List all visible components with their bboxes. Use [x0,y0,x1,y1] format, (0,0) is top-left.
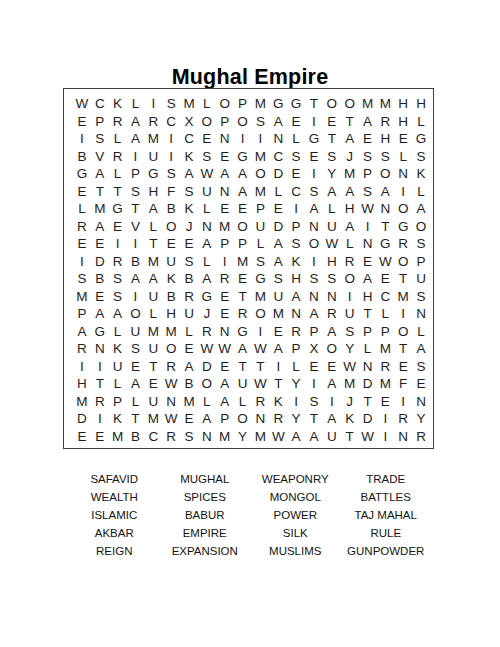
grid-cell: A [341,218,359,236]
grid-cell: R [109,253,127,271]
grid-cell: A [269,253,287,271]
grid-cell: E [127,358,145,376]
grid-cell: M [144,323,162,341]
grid-cell: U [144,148,162,166]
grid-cell: R [109,148,127,166]
grid-cell: P [359,165,377,183]
grid-cell: E [394,130,412,148]
grid-cell: S [287,148,305,166]
grid-cell: K [162,270,180,288]
grid-cell: A [323,410,341,428]
grid-cell: T [394,340,412,358]
grid-cell: Y [323,165,341,183]
word-list-item: BABUR [161,506,250,524]
grid-cell: G [269,95,287,113]
grid-cell: S [305,393,323,411]
grid-cell: E [269,323,287,341]
grid-cell: A [198,410,216,428]
grid-cell: L [341,235,359,253]
grid-cell: L [269,183,287,201]
grid-cell: R [376,113,394,131]
grid-cell: I [234,130,252,148]
grid-cell: S [305,183,323,201]
grid-cell: G [144,165,162,183]
grid-cell: F [162,183,180,201]
grid-cell: W [252,340,270,358]
grid-cell: L [323,200,341,218]
grid-cell: S [109,270,127,288]
grid-cell: S [162,95,180,113]
grid-cell: E [234,270,252,288]
grid-cell: S [412,148,430,166]
grid-cell: W [252,375,270,393]
grid-cell: T [144,358,162,376]
grid-cell: U [144,393,162,411]
word-column: TRADEBATTLESTAJ MAHALRULEGUNPOWDER [342,470,431,560]
grid-cell: A [127,130,145,148]
grid-cell: L [252,235,270,253]
grid-cell: U [323,218,341,236]
grid-cell: S [180,183,198,201]
grid-cell: G [234,323,252,341]
grid-cell: W [359,428,377,446]
grid-cell: A [127,113,145,131]
grid-cell: P [412,253,430,271]
grid-cell: L [198,95,216,113]
grid-cell: R [162,358,180,376]
grid-cell: L [198,200,216,218]
grid-cell: A [234,183,252,201]
grid-cell: B [162,288,180,306]
grid-cell: N [323,288,341,306]
grid-cell: L [109,165,127,183]
word-list-item: WEAPONRY [251,470,340,488]
grid-cell: A [127,375,145,393]
word-search-grid: WCKLISMLOPMGGTOOMMHHEPRARCXOPOSAEIETARHL… [63,88,434,449]
grid-cell: A [287,428,305,446]
grid-cell: Y [412,410,430,428]
grid-cell: B [180,375,198,393]
grid-cell: P [234,95,252,113]
grid-cell: T [359,393,377,411]
grid-cell: U [252,218,270,236]
grid-cell: N [216,183,234,201]
grid-cell: S [376,148,394,166]
grid-cell: A [376,183,394,201]
grid-cell: P [305,323,323,341]
grid-cell: T [234,358,252,376]
word-list-item: BATTLES [342,488,431,506]
grid-cell: L [234,393,252,411]
grid-cell: D [73,410,91,428]
grid-cell: E [305,358,323,376]
grid-cell: L [412,183,430,201]
grid-cell: G [376,235,394,253]
grid-cell: K [287,253,305,271]
puzzle-page: { "game": "word-search", "title": "Mugha… [0,0,500,647]
grid-cell: E [234,200,252,218]
grid-cell: A [412,200,430,218]
grid-cell: L [180,323,198,341]
grid-cell: E [91,235,109,253]
grid-cell: A [323,183,341,201]
grid-cell: T [341,113,359,131]
grid-cell: O [323,340,341,358]
grid-cell: H [341,200,359,218]
word-list-item: GUNPOWDER [342,542,431,560]
word-list-item: TAJ MAHAL [342,506,431,524]
grid-cell: W [323,235,341,253]
grid-cell: D [269,165,287,183]
grid-cell: S [127,183,145,201]
grid-cell: N [198,428,216,446]
grid-cell: L [198,253,216,271]
grid-cell: N [216,130,234,148]
grid-cell: E [359,130,377,148]
grid-cell: I [127,235,145,253]
grid-cell: G [305,130,323,148]
grid-cell: H [144,183,162,201]
grid-cell: H [376,130,394,148]
grid-cell: O [216,95,234,113]
grid-cell: F [394,375,412,393]
grid-cell: I [252,130,270,148]
grid-cell: I [73,253,91,271]
grid-cell: P [216,113,234,131]
grid-cell: I [216,253,234,271]
grid-cell: P [216,410,234,428]
grid-cell: B [162,200,180,218]
grid-cell: U [162,253,180,271]
grid-cell: O [252,165,270,183]
grid-cell: G [394,218,412,236]
grid-cell: B [73,148,91,166]
grid-cell: Y [234,428,252,446]
grid-cell: L [412,323,430,341]
grid-cell: A [269,113,287,131]
grid-cell: V [127,218,145,236]
grid-cell: S [341,323,359,341]
grid-cell: C [91,95,109,113]
grid-cell: U [198,183,216,201]
grid-cell: A [91,218,109,236]
word-list-item: AKBAR [70,524,159,542]
grid-cell: M [73,393,91,411]
grid-cell: U [323,428,341,446]
grid-cell: N [412,393,430,411]
grid-cell: D [359,375,377,393]
grid-cell: H [394,113,412,131]
grid-cell: I [376,410,394,428]
grid-cell: R [394,235,412,253]
grid-cell: M [144,253,162,271]
word-list-item: WEALTH [70,488,159,506]
grid-cell: K [109,95,127,113]
grid-cell: D [198,358,216,376]
grid-cell: E [216,200,234,218]
grid-cell: O [394,253,412,271]
grid-cell: S [91,130,109,148]
grid-cell: E [323,113,341,131]
grid-cell: T [252,358,270,376]
grid-cell: W [162,375,180,393]
grid-cell: I [162,130,180,148]
grid-cell: R [341,253,359,271]
grid-cell: I [269,358,287,376]
grid-cell: L [127,393,145,411]
grid-cell: N [376,200,394,218]
grid-cell: G [109,200,127,218]
grid-cell: A [91,165,109,183]
grid-cell: T [323,130,341,148]
grid-cell: K [109,410,127,428]
grid-cell: E [144,375,162,393]
grid-cell: M [180,95,198,113]
word-list: SAFAVIDWEALTHISLAMICAKBARREIGNMUGHALSPIC… [70,470,430,560]
grid-cell: A [109,305,127,323]
grid-cell: M [109,428,127,446]
grid-cell: S [359,183,377,201]
grid-cell: L [109,130,127,148]
grid-cell: S [127,340,145,358]
grid-cell: I [376,428,394,446]
grid-cell: N [305,218,323,236]
grid-cell: E [394,358,412,376]
grid-cell: R [394,410,412,428]
grid-cell: C [287,183,305,201]
grid-cell: L [359,340,377,358]
grid-cell: N [359,235,377,253]
grid-cell: T [91,375,109,393]
grid-cell: A [73,323,91,341]
grid-cell: I [73,130,91,148]
grid-cell: I [394,393,412,411]
grid-cell: Y [341,340,359,358]
word-column: WEAPONRYMONGOLPOWERSILKMUSLIMS [251,470,340,560]
grid-cell: S [180,253,198,271]
grid-cell: J [180,218,198,236]
grid-cell: K [412,165,430,183]
grid-cell: S [269,270,287,288]
grid-cell: G [73,165,91,183]
grid-cell: D [359,410,377,428]
grid-cell: S [162,165,180,183]
grid-cell: B [91,270,109,288]
grid-cell: T [305,95,323,113]
grid-cell: M [359,95,377,113]
grid-cell: E [305,148,323,166]
grid-cell: E [269,200,287,218]
puzzle-title: Mughal Empire [0,65,500,90]
grid-cell: N [394,165,412,183]
grid-cell: G [287,95,305,113]
grid-cell: M [216,428,234,446]
grid-cell: H [412,95,430,113]
grid-cell: L [144,305,162,323]
word-list-item: SAFAVID [70,470,159,488]
grid-cell: S [180,428,198,446]
grid-cell: O [305,235,323,253]
grid-cell: I [73,358,91,376]
grid-cell: M [341,165,359,183]
grid-cell: R [162,428,180,446]
grid-cell: E [359,253,377,271]
grid-cell: O [394,200,412,218]
word-list-item: POWER [251,506,340,524]
grid-cell: A [91,305,109,323]
grid-cell: E [180,410,198,428]
grid-cell: C [162,113,180,131]
grid-cell: O [127,305,145,323]
grid-cell: A [341,130,359,148]
grid-cell: B [127,428,145,446]
grid-cell: G [252,270,270,288]
grid-cell: E [216,305,234,323]
grid-cell: O [394,323,412,341]
grid-cell: I [91,410,109,428]
grid-cell: R [144,113,162,131]
grid-cell: E [216,358,234,376]
grid-cell: E [91,428,109,446]
grid-cell: P [234,235,252,253]
grid-cell: I [323,393,341,411]
grid-cell: N [252,410,270,428]
grid-cell: O [162,340,180,358]
grid-cell: R [180,288,198,306]
grid-cell: S [252,113,270,131]
grid-cell: J [341,148,359,166]
grid-cell: N [394,428,412,446]
grid-cell: O [412,218,430,236]
grid-cell: W [216,340,234,358]
grid-cell: N [216,323,234,341]
grid-cell: U [180,305,198,323]
grid-cell: L [198,393,216,411]
grid-cell: A [234,165,252,183]
grid-cell: K [180,148,198,166]
grid-cell: T [359,305,377,323]
grid-cell: E [216,148,234,166]
grid-cell: T [269,375,287,393]
grid-cell: E [180,235,198,253]
grid-cell: M [91,200,109,218]
grid-cell: S [323,270,341,288]
grid-cell: L [109,323,127,341]
grid-cell: I [127,148,145,166]
grid-cell: K [341,410,359,428]
grid-cell: I [359,218,377,236]
grid-cell: N [162,393,180,411]
grid-cell: N [198,218,216,236]
grid-cell: I [109,235,127,253]
grid-cell: U [109,358,127,376]
grid-cell: M [376,375,394,393]
grid-cell: O [234,218,252,236]
grid-cell: N [287,305,305,323]
grid-cell: P [73,305,91,323]
grid-cell: J [198,305,216,323]
grid-cell: E [180,340,198,358]
grid-cell: P [109,393,127,411]
word-column: SAFAVIDWEALTHISLAMICAKBARREIGN [70,470,159,560]
grid-cell: E [412,375,430,393]
grid-cell: N [91,340,109,358]
grid-cell: U [144,288,162,306]
grid-cell: S [412,288,430,306]
grid-cell: R [323,305,341,323]
grid-cell: E [73,183,91,201]
grid-cell: M [144,410,162,428]
grid-cell: E [323,358,341,376]
grid-cell: U [269,288,287,306]
grid-cell: A [359,113,377,131]
grid-cell: M [394,288,412,306]
grid-cell: R [216,270,234,288]
grid-cell: K [109,340,127,358]
grid-cell: P [359,323,377,341]
grid-cell: O [234,113,252,131]
word-list-item: SPICES [161,488,250,506]
word-list-item: RULE [342,524,431,542]
grid-cell: O [162,218,180,236]
grid-cell: U [234,375,252,393]
grid-cell: P [252,200,270,218]
word-list-item: MONGOL [251,488,340,506]
grid-cell: I [287,393,305,411]
grid-cell: L [287,358,305,376]
grid-cell: S [109,288,127,306]
grid-cell: S [198,148,216,166]
grid-cell: W [73,95,91,113]
grid-cell: R [109,113,127,131]
word-list-item: MUGHAL [161,470,250,488]
grid-cell: U [127,323,145,341]
grid-cell: W [198,340,216,358]
grid-cell: M [73,288,91,306]
grid-cell: M [376,95,394,113]
grid-cell: O [376,165,394,183]
grid-cell: E [287,165,305,183]
grid-cell: M [234,253,252,271]
grid-cell: G [198,288,216,306]
grid-cell: A [180,358,198,376]
grid-cell: I [394,183,412,201]
grid-cell: H [73,375,91,393]
grid-cell: M [252,183,270,201]
grid-cell: H [162,305,180,323]
grid-cell: I [287,200,305,218]
grid-cell: D [91,253,109,271]
grid-cell: E [91,288,109,306]
word-list-item: SILK [251,524,340,542]
grid-cell: A [269,340,287,358]
grid-cell: H [359,288,377,306]
grid-cell: W [269,428,287,446]
grid-cell: A [216,393,234,411]
grid-cell: Y [287,410,305,428]
grid-cell: L [394,148,412,166]
grid-cell: T [91,183,109,201]
grid-cell: P [216,235,234,253]
grid-cell: M [216,218,234,236]
grid-cell: G [234,148,252,166]
grid-cell: E [73,235,91,253]
grid-cell: R [269,410,287,428]
grid-cell: P [287,340,305,358]
grid-cell: K [180,200,198,218]
grid-cell: I [305,165,323,183]
grid-cell: R [376,358,394,376]
